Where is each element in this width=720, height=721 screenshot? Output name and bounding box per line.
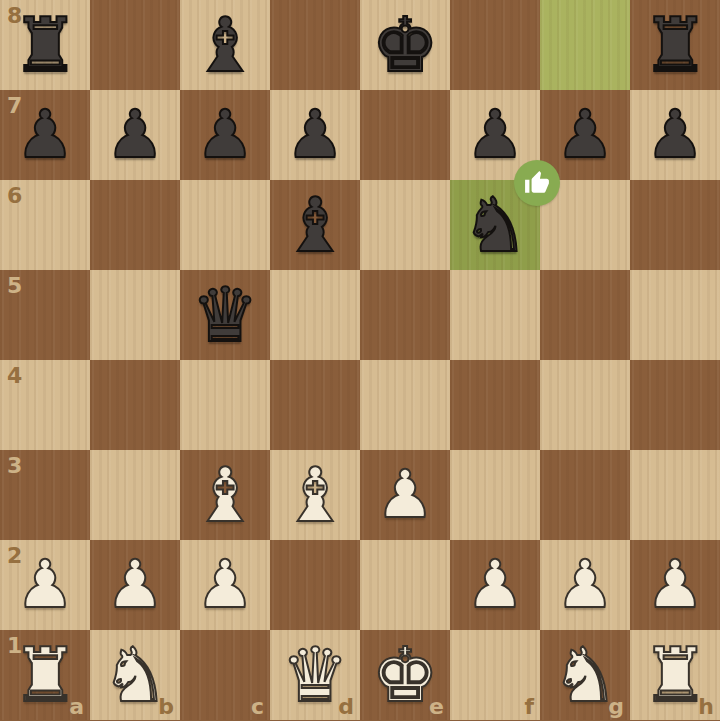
square-a6[interactable]: 6 [0, 180, 90, 270]
square-a5[interactable]: 5 [0, 270, 90, 360]
white-queen-d1[interactable]: ♛ [270, 630, 360, 720]
square-h1[interactable]: ♜h [630, 630, 720, 720]
black-pawn-d7[interactable]: ♟ [270, 90, 360, 180]
white-pawn-c2[interactable]: ♟ [180, 540, 270, 630]
black-rook-h8[interactable]: ♜ [630, 0, 720, 90]
square-h7[interactable]: ♟ [630, 90, 720, 180]
thumbs-up-badge [514, 160, 560, 206]
white-rook-a1[interactable]: ♜ [0, 630, 90, 720]
black-bishop-d6[interactable]: ♝ [270, 180, 360, 270]
square-c7[interactable]: ♟ [180, 90, 270, 180]
white-pawn-b2[interactable]: ♟ [90, 540, 180, 630]
square-e7[interactable] [360, 90, 450, 180]
square-d1[interactable]: ♛d [270, 630, 360, 720]
square-d2[interactable] [270, 540, 360, 630]
chess-board: ♜8♝♚♜♟7♟♟♟♟♟♟6♝♞5♛43♝♝♟♟2♟♟♟♟♟♜1a♞bc♛d♚e… [0, 0, 720, 720]
white-pawn-g2[interactable]: ♟ [540, 540, 630, 630]
square-d7[interactable]: ♟ [270, 90, 360, 180]
white-king-e1[interactable]: ♚ [360, 630, 450, 720]
file-label-c: c [251, 694, 264, 719]
white-pawn-h2[interactable]: ♟ [630, 540, 720, 630]
square-e3[interactable]: ♟ [360, 450, 450, 540]
square-b7[interactable]: ♟ [90, 90, 180, 180]
rank-label-3: 3 [7, 453, 22, 478]
square-e8[interactable]: ♚ [360, 0, 450, 90]
black-pawn-b7[interactable]: ♟ [90, 90, 180, 180]
square-g4[interactable] [540, 360, 630, 450]
square-d8[interactable] [270, 0, 360, 90]
square-d3[interactable]: ♝ [270, 450, 360, 540]
square-b1[interactable]: ♞b [90, 630, 180, 720]
square-f1[interactable]: f [450, 630, 540, 720]
square-a4[interactable]: 4 [0, 360, 90, 450]
square-b3[interactable] [90, 450, 180, 540]
white-knight-b1[interactable]: ♞ [90, 630, 180, 720]
square-c5[interactable]: ♛ [180, 270, 270, 360]
square-d5[interactable] [270, 270, 360, 360]
square-b2[interactable]: ♟ [90, 540, 180, 630]
square-f5[interactable] [450, 270, 540, 360]
square-b6[interactable] [90, 180, 180, 270]
square-c1[interactable]: c [180, 630, 270, 720]
white-pawn-f2[interactable]: ♟ [450, 540, 540, 630]
square-e2[interactable] [360, 540, 450, 630]
black-pawn-h7[interactable]: ♟ [630, 90, 720, 180]
square-f8[interactable] [450, 0, 540, 90]
square-a3[interactable]: 3 [0, 450, 90, 540]
square-a1[interactable]: ♜1a [0, 630, 90, 720]
square-b4[interactable] [90, 360, 180, 450]
white-pawn-e3[interactable]: ♟ [360, 450, 450, 540]
white-pawn-a2[interactable]: ♟ [0, 540, 90, 630]
square-b8[interactable] [90, 0, 180, 90]
white-bishop-c3[interactable]: ♝ [180, 450, 270, 540]
square-e1[interactable]: ♚e [360, 630, 450, 720]
square-g8[interactable] [540, 0, 630, 90]
square-g2[interactable]: ♟ [540, 540, 630, 630]
square-h5[interactable] [630, 270, 720, 360]
square-b5[interactable] [90, 270, 180, 360]
black-bishop-c8[interactable]: ♝ [180, 0, 270, 90]
square-h2[interactable]: ♟ [630, 540, 720, 630]
square-a2[interactable]: ♟2 [0, 540, 90, 630]
thumbs-up-icon [524, 170, 550, 196]
square-c8[interactable]: ♝ [180, 0, 270, 90]
square-g5[interactable] [540, 270, 630, 360]
square-a7[interactable]: ♟7 [0, 90, 90, 180]
black-king-e8[interactable]: ♚ [360, 0, 450, 90]
white-rook-h1[interactable]: ♜ [630, 630, 720, 720]
square-e4[interactable] [360, 360, 450, 450]
file-label-f: f [524, 694, 534, 719]
black-pawn-a7[interactable]: ♟ [0, 90, 90, 180]
square-a8[interactable]: ♜8 [0, 0, 90, 90]
rank-label-5: 5 [7, 273, 22, 298]
square-d6[interactable]: ♝ [270, 180, 360, 270]
black-rook-a8[interactable]: ♜ [0, 0, 90, 90]
white-bishop-d3[interactable]: ♝ [270, 450, 360, 540]
square-h3[interactable] [630, 450, 720, 540]
rank-label-4: 4 [7, 363, 22, 388]
square-c3[interactable]: ♝ [180, 450, 270, 540]
black-queen-c5[interactable]: ♛ [180, 270, 270, 360]
square-h4[interactable] [630, 360, 720, 450]
square-g1[interactable]: ♞g [540, 630, 630, 720]
white-knight-g1[interactable]: ♞ [540, 630, 630, 720]
rank-label-6: 6 [7, 183, 22, 208]
square-f3[interactable] [450, 450, 540, 540]
square-e5[interactable] [360, 270, 450, 360]
square-c2[interactable]: ♟ [180, 540, 270, 630]
square-f4[interactable] [450, 360, 540, 450]
square-f2[interactable]: ♟ [450, 540, 540, 630]
square-e6[interactable] [360, 180, 450, 270]
square-d4[interactable] [270, 360, 360, 450]
black-pawn-c7[interactable]: ♟ [180, 90, 270, 180]
square-h6[interactable] [630, 180, 720, 270]
square-c4[interactable] [180, 360, 270, 450]
square-c6[interactable] [180, 180, 270, 270]
square-h8[interactable]: ♜ [630, 0, 720, 90]
square-g3[interactable] [540, 450, 630, 540]
